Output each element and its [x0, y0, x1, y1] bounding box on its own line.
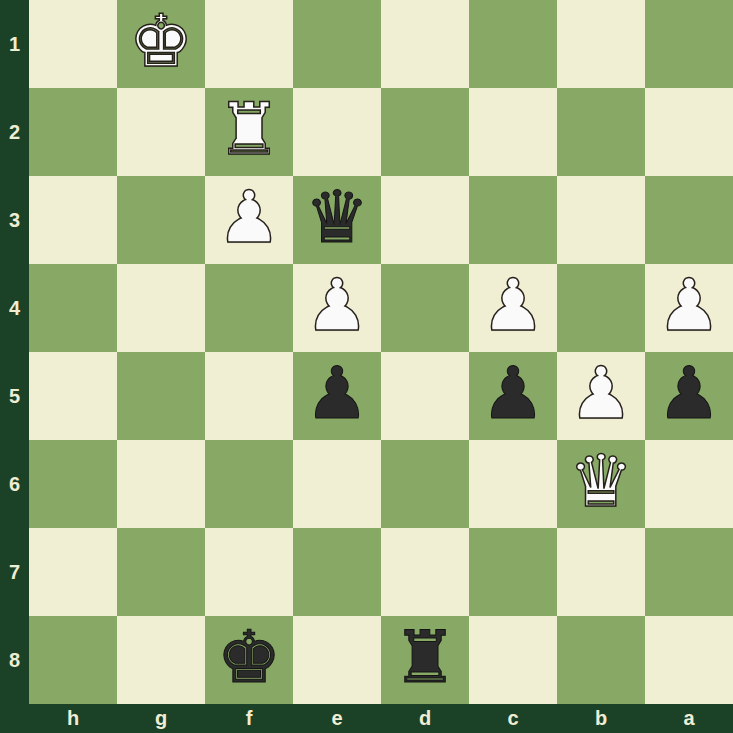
file-label-f: f: [205, 704, 293, 733]
black-pawn[interactable]: ♟: [305, 357, 370, 429]
square-g6[interactable]: [117, 440, 205, 528]
square-d8[interactable]: ♜: [381, 616, 469, 704]
square-e4[interactable]: ♟: [293, 264, 381, 352]
square-b3[interactable]: [557, 176, 645, 264]
rank-label-5: 5: [0, 352, 29, 440]
square-d5[interactable]: [381, 352, 469, 440]
rank-label-3: 3: [0, 176, 29, 264]
chess-board-frame: 1 2 3 4 5 6 7 8 ♚♜♟♛♟♟♟♟♟♟♟♛♚♜ h g f e d…: [0, 0, 733, 733]
square-h4[interactable]: [29, 264, 117, 352]
square-g7[interactable]: [117, 528, 205, 616]
white-pawn[interactable]: ♟: [217, 181, 282, 253]
square-c4[interactable]: ♟: [469, 264, 557, 352]
square-h5[interactable]: [29, 352, 117, 440]
square-a8[interactable]: [645, 616, 733, 704]
square-e7[interactable]: [293, 528, 381, 616]
square-b5[interactable]: ♟: [557, 352, 645, 440]
white-rook[interactable]: ♜: [217, 93, 282, 165]
square-d3[interactable]: [381, 176, 469, 264]
file-label-e: e: [293, 704, 381, 733]
square-c7[interactable]: [469, 528, 557, 616]
file-label-h: h: [29, 704, 117, 733]
square-f8[interactable]: ♚: [205, 616, 293, 704]
square-d4[interactable]: [381, 264, 469, 352]
file-label-g: g: [117, 704, 205, 733]
white-pawn[interactable]: ♟: [305, 269, 370, 341]
square-e1[interactable]: [293, 0, 381, 88]
square-f2[interactable]: ♜: [205, 88, 293, 176]
square-d2[interactable]: [381, 88, 469, 176]
square-c1[interactable]: [469, 0, 557, 88]
file-coordinates: h g f e d c b a: [0, 704, 733, 733]
square-a7[interactable]: [645, 528, 733, 616]
square-h1[interactable]: [29, 0, 117, 88]
square-e6[interactable]: [293, 440, 381, 528]
square-g2[interactable]: [117, 88, 205, 176]
square-f3[interactable]: ♟: [205, 176, 293, 264]
square-b1[interactable]: [557, 0, 645, 88]
square-b2[interactable]: [557, 88, 645, 176]
square-d7[interactable]: [381, 528, 469, 616]
square-b7[interactable]: [557, 528, 645, 616]
square-c8[interactable]: [469, 616, 557, 704]
white-pawn[interactable]: ♟: [569, 357, 634, 429]
rank-label-2: 2: [0, 88, 29, 176]
square-e5[interactable]: ♟: [293, 352, 381, 440]
square-d1[interactable]: [381, 0, 469, 88]
square-e2[interactable]: [293, 88, 381, 176]
black-queen[interactable]: ♛: [305, 181, 370, 253]
board-area: 1 2 3 4 5 6 7 8 ♚♜♟♛♟♟♟♟♟♟♟♛♚♜: [0, 0, 733, 704]
square-c5[interactable]: ♟: [469, 352, 557, 440]
square-h2[interactable]: [29, 88, 117, 176]
square-g3[interactable]: [117, 176, 205, 264]
square-h6[interactable]: [29, 440, 117, 528]
file-label-d: d: [381, 704, 469, 733]
square-f5[interactable]: [205, 352, 293, 440]
square-g8[interactable]: [117, 616, 205, 704]
file-label-c: c: [469, 704, 557, 733]
square-f7[interactable]: [205, 528, 293, 616]
black-rook[interactable]: ♜: [393, 621, 458, 693]
square-g5[interactable]: [117, 352, 205, 440]
square-g4[interactable]: [117, 264, 205, 352]
square-c3[interactable]: [469, 176, 557, 264]
square-a1[interactable]: [645, 0, 733, 88]
chess-board: ♚♜♟♛♟♟♟♟♟♟♟♛♚♜: [29, 0, 733, 704]
square-a5[interactable]: ♟: [645, 352, 733, 440]
black-pawn[interactable]: ♟: [657, 357, 722, 429]
square-h7[interactable]: [29, 528, 117, 616]
square-a2[interactable]: [645, 88, 733, 176]
square-b4[interactable]: [557, 264, 645, 352]
rank-label-1: 1: [0, 0, 29, 88]
square-b8[interactable]: [557, 616, 645, 704]
square-h3[interactable]: [29, 176, 117, 264]
file-label-a: a: [645, 704, 733, 733]
square-c6[interactable]: [469, 440, 557, 528]
rank-label-6: 6: [0, 440, 29, 528]
black-king[interactable]: ♚: [217, 621, 282, 693]
square-b6[interactable]: ♛: [557, 440, 645, 528]
file-label-b: b: [557, 704, 645, 733]
square-d6[interactable]: [381, 440, 469, 528]
square-a6[interactable]: [645, 440, 733, 528]
square-c2[interactable]: [469, 88, 557, 176]
rank-label-4: 4: [0, 264, 29, 352]
white-queen[interactable]: ♛: [569, 445, 634, 517]
white-pawn[interactable]: ♟: [657, 269, 722, 341]
square-a4[interactable]: ♟: [645, 264, 733, 352]
square-e3[interactable]: ♛: [293, 176, 381, 264]
square-a3[interactable]: [645, 176, 733, 264]
square-g1[interactable]: ♚: [117, 0, 205, 88]
square-f4[interactable]: [205, 264, 293, 352]
rank-coordinates: 1 2 3 4 5 6 7 8: [0, 0, 29, 704]
square-h8[interactable]: [29, 616, 117, 704]
square-e8[interactable]: [293, 616, 381, 704]
rank-label-7: 7: [0, 528, 29, 616]
white-pawn[interactable]: ♟: [481, 269, 546, 341]
black-pawn[interactable]: ♟: [481, 357, 546, 429]
white-king[interactable]: ♚: [129, 5, 194, 77]
square-f1[interactable]: [205, 0, 293, 88]
rank-label-8: 8: [0, 616, 29, 704]
square-f6[interactable]: [205, 440, 293, 528]
